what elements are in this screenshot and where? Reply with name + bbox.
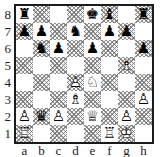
- square-e6[interactable]: ♟: [84, 40, 101, 57]
- square-f4[interactable]: [101, 74, 118, 91]
- square-e1[interactable]: [84, 125, 101, 142]
- black-pawn-e6: ♟: [84, 40, 101, 57]
- square-b5[interactable]: [33, 57, 50, 74]
- rank-label-1: 1: [1, 125, 14, 142]
- square-d3[interactable]: ♝♗: [67, 91, 84, 108]
- square-e7[interactable]: [84, 23, 101, 40]
- square-d6[interactable]: [67, 40, 84, 57]
- square-b7[interactable]: ♟: [33, 23, 50, 40]
- white-rook-f1: ♜♖: [101, 125, 118, 142]
- piece-outline: ♙: [50, 108, 67, 125]
- square-e3[interactable]: [84, 91, 101, 108]
- black-pawn-g7: ♟: [118, 23, 135, 40]
- square-f7[interactable]: ♟: [101, 23, 118, 40]
- piece-outline: ♖: [16, 125, 33, 142]
- square-g4[interactable]: [118, 74, 135, 91]
- piece-outline: ♗: [67, 91, 84, 108]
- piece-outline: ♙: [118, 108, 135, 125]
- square-f3[interactable]: [101, 91, 118, 108]
- square-g6[interactable]: [118, 40, 135, 57]
- rank-labels: 87654321: [1, 4, 14, 144]
- piece-outline: ♕: [84, 108, 101, 125]
- square-c6[interactable]: ♟: [50, 40, 67, 57]
- file-label-b: b: [33, 145, 50, 157]
- white-pawn-a2: ♟♙: [16, 108, 33, 125]
- file-label-a: a: [16, 145, 33, 157]
- white-bishop-d3: ♝♗: [67, 91, 84, 108]
- piece-outline: ♖: [101, 125, 118, 142]
- black-pawn-h6: ♟: [135, 40, 152, 57]
- file-label-c: c: [50, 145, 67, 157]
- square-a5[interactable]: [16, 57, 33, 74]
- chess-board: ♜♚♝♜♟♟♞♟♟♞♟♟♟♝♗♟♙♞♘♝♗♟♙♟♙♛♟♙♛♕♟♙♜♖♜♖♚♔: [14, 4, 154, 144]
- rank-label-5: 5: [1, 57, 14, 74]
- piece-outline: ♘: [84, 74, 101, 91]
- black-knight-d7: ♞: [67, 23, 84, 40]
- square-b8[interactable]: [33, 6, 50, 23]
- file-label-e: e: [84, 145, 101, 157]
- chess-diagram: 87654321 ♜♚♝♜♟♟♞♟♟♞♟♟♟♝♗♟♙♞♘♝♗♟♙♟♙♛♟♙♛♕♟…: [1, 4, 160, 157]
- square-d4[interactable]: ♟♙: [67, 74, 84, 91]
- square-a1[interactable]: ♜♖: [16, 125, 33, 142]
- white-pawn-c2: ♟♙: [50, 108, 67, 125]
- square-g5[interactable]: ♝♗: [118, 57, 135, 74]
- square-h3[interactable]: ♟♙: [135, 91, 152, 108]
- square-c8[interactable]: [50, 6, 67, 23]
- black-pawn-c6: ♟: [50, 40, 67, 57]
- white-pawn-d4: ♟♙: [67, 74, 84, 91]
- square-a8[interactable]: ♜: [16, 6, 33, 23]
- square-h5[interactable]: [135, 57, 152, 74]
- black-queen-b2: ♛: [33, 108, 50, 125]
- square-a4[interactable]: [16, 74, 33, 91]
- square-h7[interactable]: [135, 23, 152, 40]
- rank-label-6: 6: [1, 40, 14, 57]
- square-d8[interactable]: [67, 6, 84, 23]
- black-pawn-b7: ♟: [33, 23, 50, 40]
- piece-outline: ♙: [16, 108, 33, 125]
- square-a2[interactable]: ♟♙: [16, 108, 33, 125]
- square-f2[interactable]: [101, 108, 118, 125]
- file-label-d: d: [67, 145, 84, 157]
- white-rook-a1: ♜♖: [16, 125, 33, 142]
- square-f6[interactable]: [101, 40, 118, 57]
- file-labels: abcdefgh: [14, 145, 160, 157]
- square-d7[interactable]: ♞: [67, 23, 84, 40]
- square-g2[interactable]: ♟♙: [118, 108, 135, 125]
- square-c5[interactable]: [50, 57, 67, 74]
- black-pawn-a7: ♟: [16, 23, 33, 40]
- file-label-h: h: [135, 145, 152, 157]
- black-king-e8: ♚: [84, 6, 101, 23]
- square-h8[interactable]: ♜: [135, 6, 152, 23]
- square-c4[interactable]: [50, 74, 67, 91]
- square-h1[interactable]: [135, 125, 152, 142]
- black-knight-b6: ♞: [33, 40, 50, 57]
- piece-outline: ♙: [135, 91, 152, 108]
- square-c1[interactable]: [50, 125, 67, 142]
- rank-label-2: 2: [1, 108, 14, 125]
- square-b6[interactable]: ♞: [33, 40, 50, 57]
- square-e8[interactable]: ♚: [84, 6, 101, 23]
- black-rook-h8: ♜: [135, 6, 152, 23]
- square-c2[interactable]: ♟♙: [50, 108, 67, 125]
- white-queen-e2: ♛♕: [84, 108, 101, 125]
- square-h4[interactable]: [135, 74, 152, 91]
- white-bishop-g5: ♝♗: [118, 57, 135, 74]
- piece-outline: ♗: [118, 57, 135, 74]
- square-f5[interactable]: [101, 57, 118, 74]
- black-bishop-f8: ♝: [101, 6, 118, 23]
- square-b4[interactable]: [33, 74, 50, 91]
- square-d2[interactable]: [67, 108, 84, 125]
- square-g7[interactable]: ♟: [118, 23, 135, 40]
- square-f1[interactable]: ♜♖: [101, 125, 118, 142]
- white-knight-e4: ♞♘: [84, 74, 101, 91]
- square-c7[interactable]: [50, 23, 67, 40]
- white-king-g1: ♚♔: [118, 125, 135, 142]
- square-f8[interactable]: ♝: [101, 6, 118, 23]
- file-label-f: f: [101, 145, 118, 157]
- square-d1[interactable]: [67, 125, 84, 142]
- black-pawn-f7: ♟: [101, 23, 118, 40]
- square-e5[interactable]: [84, 57, 101, 74]
- square-a6[interactable]: [16, 40, 33, 57]
- square-b2[interactable]: ♛: [33, 108, 50, 125]
- piece-outline: ♙: [67, 74, 84, 91]
- square-b1[interactable]: [33, 125, 50, 142]
- file-label-g: g: [118, 145, 135, 157]
- square-b3[interactable]: [33, 91, 50, 108]
- rank-label-8: 8: [1, 6, 14, 23]
- square-a7[interactable]: ♟: [16, 23, 33, 40]
- piece-outline: ♔: [118, 125, 135, 142]
- square-g3[interactable]: [118, 91, 135, 108]
- square-g1[interactable]: ♚♔: [118, 125, 135, 142]
- square-d5[interactable]: [67, 57, 84, 74]
- square-e4[interactable]: ♞♘: [84, 74, 101, 91]
- black-rook-a8: ♜: [16, 6, 33, 23]
- square-g8[interactable]: [118, 6, 135, 23]
- square-h6[interactable]: ♟: [135, 40, 152, 57]
- square-h2[interactable]: [135, 108, 152, 125]
- white-pawn-h3: ♟♙: [135, 91, 152, 108]
- rank-label-7: 7: [1, 23, 14, 40]
- square-a3[interactable]: [16, 91, 33, 108]
- white-pawn-g2: ♟♙: [118, 108, 135, 125]
- square-e2[interactable]: ♛♕: [84, 108, 101, 125]
- rank-label-4: 4: [1, 74, 14, 91]
- square-c3[interactable]: [50, 91, 67, 108]
- rank-label-3: 3: [1, 91, 14, 108]
